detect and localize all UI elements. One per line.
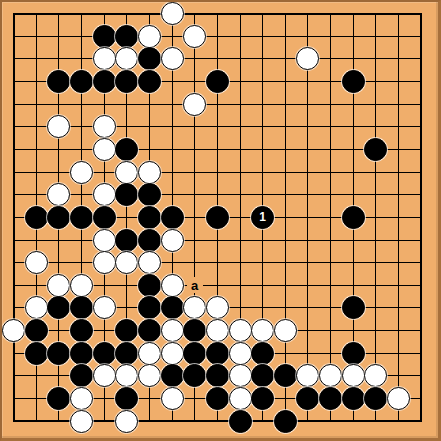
black-stone <box>115 229 138 252</box>
grid-line-horizontal <box>13 240 423 241</box>
black-stone <box>296 387 319 410</box>
white-stone <box>70 161 93 184</box>
black-stone <box>183 342 206 365</box>
black-stone <box>206 206 229 229</box>
black-stone <box>25 206 48 229</box>
black-stone <box>115 387 138 410</box>
white-stone <box>296 47 319 70</box>
white-stone <box>251 319 274 342</box>
point-label-a: a <box>187 277 203 293</box>
black-stone <box>70 342 93 365</box>
white-stone <box>115 364 138 387</box>
black-stone <box>342 387 365 410</box>
black-stone <box>342 342 365 365</box>
black-stone <box>364 138 387 161</box>
white-stone <box>138 161 161 184</box>
white-stone <box>342 364 365 387</box>
white-stone <box>138 364 161 387</box>
white-stone <box>138 251 161 274</box>
white-stone <box>161 229 184 252</box>
black-stone <box>161 206 184 229</box>
black-stone <box>138 229 161 252</box>
white-stone <box>93 296 116 319</box>
black-stone <box>138 183 161 206</box>
black-stone <box>70 70 93 93</box>
white-stone <box>319 364 342 387</box>
white-stone <box>161 47 184 70</box>
white-stone <box>47 183 70 206</box>
marked-stone-1: 1 <box>251 206 274 229</box>
white-stone <box>93 251 116 274</box>
white-stone <box>25 251 48 274</box>
white-stone <box>47 115 70 138</box>
black-stone <box>47 70 70 93</box>
white-stone <box>229 342 252 365</box>
white-stone <box>206 296 229 319</box>
black-stone <box>70 296 93 319</box>
grid-line-vertical <box>307 13 308 423</box>
black-stone <box>138 274 161 297</box>
black-stone <box>206 342 229 365</box>
black-stone <box>206 387 229 410</box>
white-stone <box>70 387 93 410</box>
white-stone <box>364 364 387 387</box>
black-stone <box>161 296 184 319</box>
grid-line-vertical <box>285 13 286 423</box>
move-number-label: 1 <box>259 211 266 223</box>
black-stone <box>47 342 70 365</box>
white-stone <box>115 251 138 274</box>
white-stone <box>138 25 161 48</box>
black-stone <box>274 364 297 387</box>
white-stone <box>70 410 93 433</box>
black-stone <box>93 206 116 229</box>
black-stone <box>70 319 93 342</box>
white-stone <box>161 274 184 297</box>
black-stone <box>115 70 138 93</box>
white-stone <box>2 319 25 342</box>
black-stone <box>115 25 138 48</box>
go-board-grid: 1a <box>14 14 422 422</box>
black-stone <box>25 342 48 365</box>
white-stone <box>93 229 116 252</box>
black-stone <box>70 206 93 229</box>
black-stone <box>93 70 116 93</box>
white-stone <box>229 364 252 387</box>
black-stone <box>25 319 48 342</box>
white-stone <box>70 274 93 297</box>
white-stone <box>387 387 410 410</box>
white-stone <box>183 296 206 319</box>
black-stone <box>93 342 116 365</box>
black-stone <box>138 319 161 342</box>
go-board: 1a <box>0 0 441 441</box>
white-stone <box>93 115 116 138</box>
grid-line-horizontal <box>13 262 423 263</box>
black-stone <box>251 387 274 410</box>
white-stone <box>93 183 116 206</box>
black-stone <box>342 296 365 319</box>
black-stone <box>206 364 229 387</box>
white-stone <box>25 296 48 319</box>
grid-line-vertical <box>398 13 399 423</box>
black-stone <box>115 342 138 365</box>
grid-line-vertical <box>420 13 422 423</box>
black-stone <box>138 70 161 93</box>
black-stone <box>70 364 93 387</box>
white-stone <box>115 47 138 70</box>
white-stone <box>183 25 206 48</box>
white-stone <box>296 364 319 387</box>
white-stone <box>274 319 297 342</box>
white-stone <box>47 274 70 297</box>
white-stone <box>115 161 138 184</box>
black-stone <box>161 364 184 387</box>
black-stone <box>251 342 274 365</box>
black-stone <box>251 364 274 387</box>
black-stone <box>115 319 138 342</box>
white-stone <box>93 47 116 70</box>
black-stone <box>183 319 206 342</box>
black-stone <box>138 206 161 229</box>
white-stone <box>161 2 184 25</box>
black-stone <box>138 296 161 319</box>
black-stone <box>274 410 297 433</box>
black-stone <box>47 387 70 410</box>
white-stone <box>206 319 229 342</box>
white-stone <box>229 387 252 410</box>
black-stone <box>342 70 365 93</box>
black-stone <box>319 387 342 410</box>
white-stone <box>183 93 206 116</box>
white-stone <box>161 319 184 342</box>
black-stone <box>115 138 138 161</box>
black-stone <box>364 387 387 410</box>
black-stone <box>93 25 116 48</box>
black-stone <box>206 70 229 93</box>
black-stone <box>138 47 161 70</box>
grid-line-vertical <box>330 13 331 423</box>
black-stone <box>229 410 252 433</box>
white-stone <box>161 387 184 410</box>
black-stone <box>47 206 70 229</box>
black-stone <box>342 206 365 229</box>
white-stone <box>115 410 138 433</box>
white-stone <box>93 138 116 161</box>
white-stone <box>93 364 116 387</box>
white-stone <box>161 342 184 365</box>
grid-line-vertical <box>375 13 376 423</box>
black-stone <box>183 364 206 387</box>
black-stone <box>115 183 138 206</box>
black-stone <box>47 296 70 319</box>
point-label-text: a <box>191 279 198 292</box>
white-stone <box>138 342 161 365</box>
white-stone <box>229 319 252 342</box>
